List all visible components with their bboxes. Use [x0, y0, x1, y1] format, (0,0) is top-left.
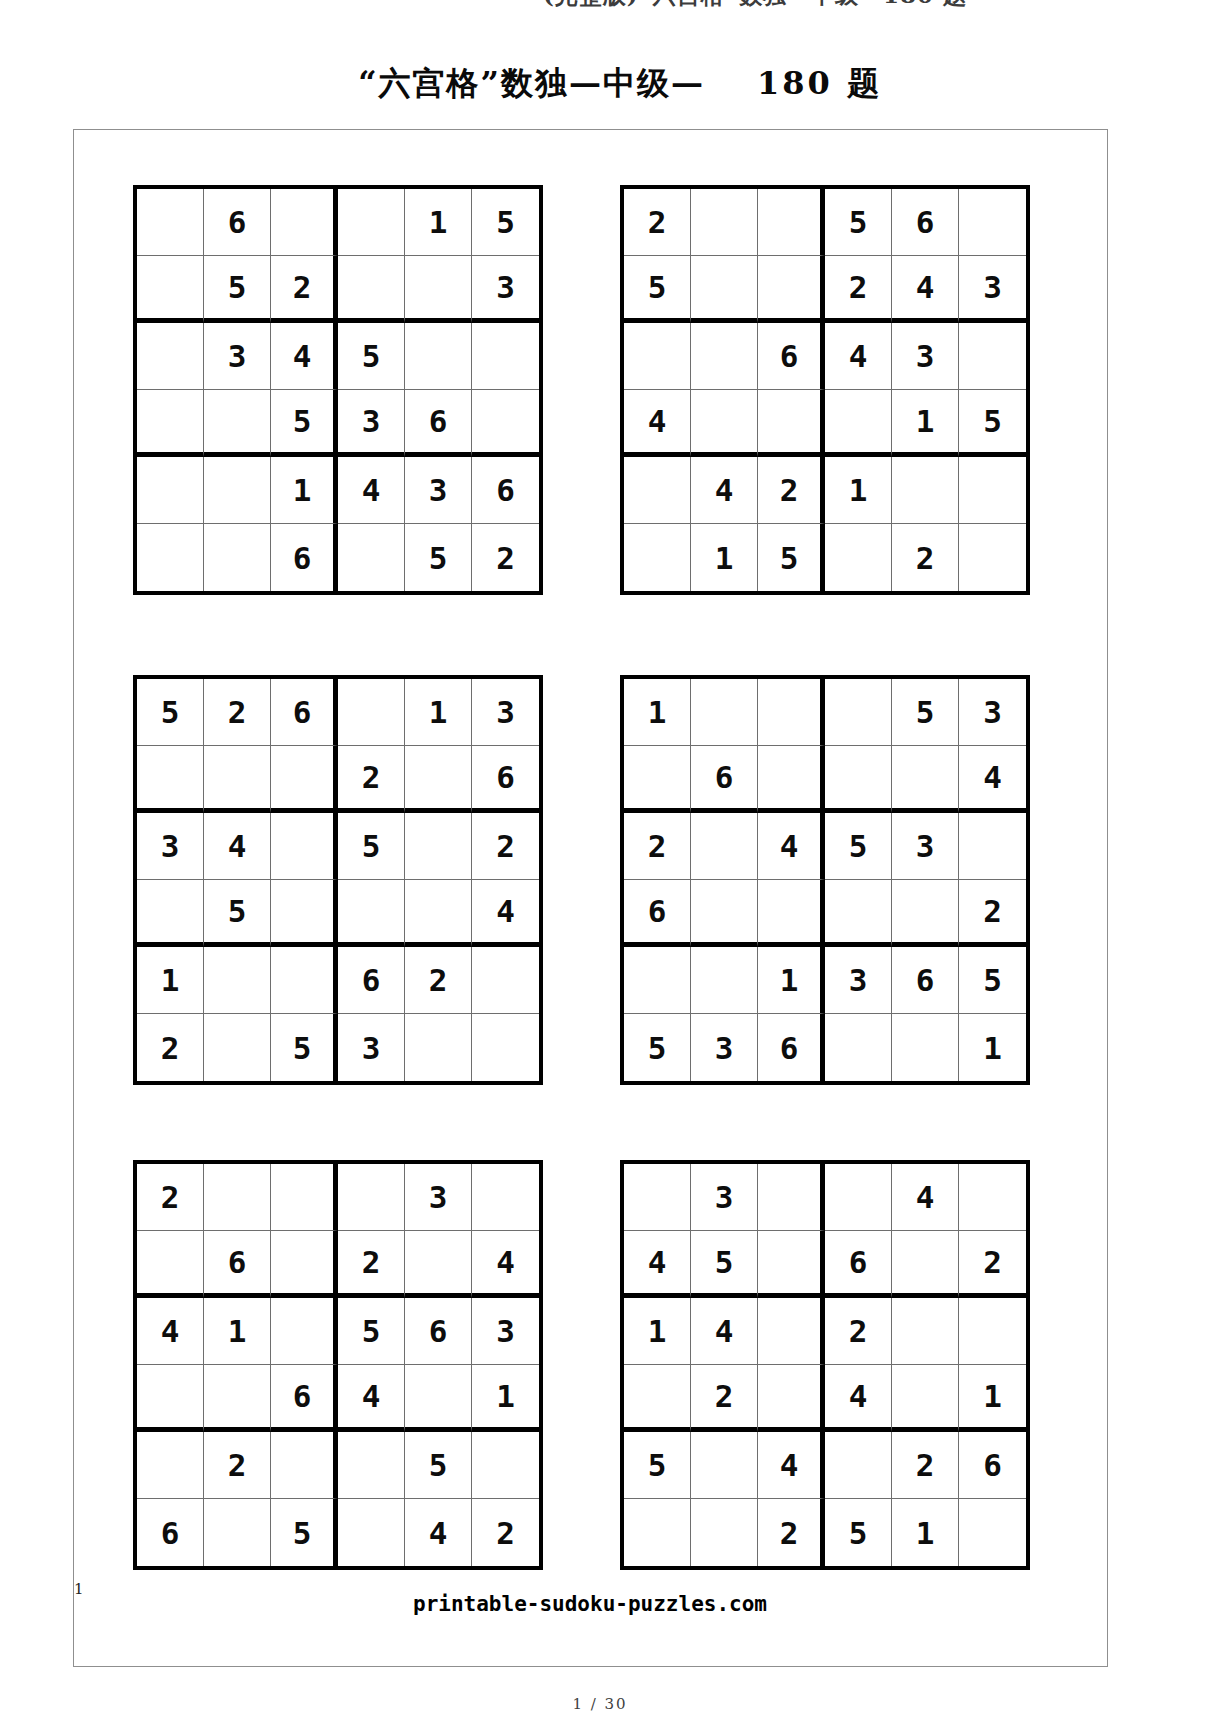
cell-r6c6: 2	[472, 524, 539, 591]
cell-r1c4	[825, 1164, 892, 1231]
cell-r1c5: 1	[405, 189, 472, 256]
cell-r1c2: 6	[204, 189, 271, 256]
cell-r1c5: 4	[892, 1164, 959, 1231]
cell-r3c6: 3	[472, 1298, 539, 1365]
cell-r4c2	[204, 1365, 271, 1432]
cell-r4c2: 2	[691, 1365, 758, 1432]
cell-r4c1	[137, 390, 204, 457]
cell-r4c1	[137, 1365, 204, 1432]
cell-r5c3: 2	[758, 457, 825, 524]
cell-r3c2: 4	[691, 1298, 758, 1365]
cell-r3c4: 5	[338, 323, 405, 390]
cell-r1c3	[271, 1164, 338, 1231]
cell-r2c5	[892, 746, 959, 813]
cell-r6c3: 6	[758, 1014, 825, 1081]
cell-r4c2: 5	[204, 880, 271, 947]
cell-r3c2: 1	[204, 1298, 271, 1365]
cell-r2c3	[271, 746, 338, 813]
cell-r3c3	[271, 813, 338, 880]
cell-r2c5	[405, 1231, 472, 1298]
cell-r2c1	[137, 746, 204, 813]
cell-r1c6	[959, 189, 1026, 256]
cell-r1c6: 3	[959, 679, 1026, 746]
cell-r5c5	[892, 457, 959, 524]
cell-r4c2	[691, 880, 758, 947]
cell-r1c5: 6	[892, 189, 959, 256]
cell-r2c4	[338, 256, 405, 323]
cell-r5c1	[137, 1432, 204, 1499]
sudoku-worksheet-page: (完整版)“六宫格”数独—中级—180 题 “六宫格”数独—中级—180 题 6…	[0, 0, 1214, 1719]
cell-r4c5	[892, 880, 959, 947]
cell-r2c6: 4	[959, 746, 1026, 813]
cell-r6c5: 5	[405, 524, 472, 591]
cell-r2c6: 6	[472, 746, 539, 813]
cell-r1c3	[271, 189, 338, 256]
cell-r5c1	[624, 947, 691, 1014]
cell-r2c1: 5	[624, 256, 691, 323]
cell-r4c3	[758, 390, 825, 457]
cell-r6c3: 5	[758, 524, 825, 591]
page-title: “六宫格”数独—中级—180 题	[358, 62, 882, 106]
cell-r2c3: 2	[271, 256, 338, 323]
cell-r4c6	[472, 390, 539, 457]
cell-r3c3	[271, 1298, 338, 1365]
cell-r5c6: 6	[472, 457, 539, 524]
cell-r2c6: 3	[472, 256, 539, 323]
cell-r4c3	[758, 1365, 825, 1432]
cell-r4c5	[405, 1365, 472, 1432]
cell-r3c2: 3	[204, 323, 271, 390]
cell-r2c4: 2	[825, 256, 892, 323]
cell-r4c3: 6	[271, 1365, 338, 1432]
cell-r3c6	[959, 1298, 1026, 1365]
cell-r1c6	[959, 1164, 1026, 1231]
cell-r3c4: 4	[825, 323, 892, 390]
cell-r1c5: 3	[405, 1164, 472, 1231]
cell-r1c2: 3	[691, 1164, 758, 1231]
cell-r3c1: 4	[137, 1298, 204, 1365]
cell-r5c4	[825, 1432, 892, 1499]
cell-r6c6	[472, 1014, 539, 1081]
cell-r1c2	[691, 189, 758, 256]
cell-r2c5: 4	[892, 256, 959, 323]
cell-r4c6: 2	[959, 880, 1026, 947]
cell-r6c1	[624, 1499, 691, 1566]
cell-r5c6	[959, 457, 1026, 524]
cell-r5c5: 2	[892, 1432, 959, 1499]
cell-r6c4	[338, 1499, 405, 1566]
cell-r4c1: 4	[624, 390, 691, 457]
cell-r2c2	[691, 256, 758, 323]
cell-r3c5	[405, 323, 472, 390]
cell-r6c3: 5	[271, 1499, 338, 1566]
cell-r1c1: 5	[137, 679, 204, 746]
cell-r2c3	[758, 746, 825, 813]
cell-r5c2	[691, 947, 758, 1014]
cell-r4c4: 4	[825, 1365, 892, 1432]
cell-r4c4	[338, 880, 405, 947]
cell-r4c4: 4	[338, 1365, 405, 1432]
cell-r1c1: 1	[624, 679, 691, 746]
cell-r5c5: 5	[405, 1432, 472, 1499]
cell-r6c4	[825, 1014, 892, 1081]
cell-r6c3: 2	[758, 1499, 825, 1566]
cell-r6c5: 4	[405, 1499, 472, 1566]
cell-r4c6: 1	[472, 1365, 539, 1432]
cell-r6c1: 6	[137, 1499, 204, 1566]
cell-r2c6: 2	[959, 1231, 1026, 1298]
cell-r3c6: 2	[472, 813, 539, 880]
cell-r5c5: 2	[405, 947, 472, 1014]
cell-r3c5	[405, 813, 472, 880]
cell-r2c5	[892, 1231, 959, 1298]
cell-r5c5: 6	[892, 947, 959, 1014]
cell-r6c6	[959, 524, 1026, 591]
cell-r4c2	[691, 390, 758, 457]
cell-r6c2	[204, 1014, 271, 1081]
cell-r4c5	[892, 1365, 959, 1432]
cell-r6c1: 5	[624, 1014, 691, 1081]
cell-r3c5: 3	[892, 323, 959, 390]
cell-r1c1: 2	[137, 1164, 204, 1231]
cell-r2c2: 5	[691, 1231, 758, 1298]
cell-r1c6: 3	[472, 679, 539, 746]
cell-r4c1	[137, 880, 204, 947]
cell-r2c2: 6	[691, 746, 758, 813]
cell-r2c4: 2	[338, 746, 405, 813]
cell-r5c1	[624, 457, 691, 524]
cell-r5c4: 3	[825, 947, 892, 1014]
cell-r6c4: 5	[825, 1499, 892, 1566]
cell-r2c1	[137, 1231, 204, 1298]
cell-r2c4	[825, 746, 892, 813]
cell-r5c4: 4	[338, 457, 405, 524]
cell-r5c2	[691, 1432, 758, 1499]
cell-r2c3	[758, 1231, 825, 1298]
cutoff-top-header: (完整版)“六宫格”数独—中级—180 题	[543, 0, 967, 11]
cell-r3c6	[472, 323, 539, 390]
sudoku-board-3: 5261326345254162253	[133, 675, 543, 1085]
cell-r6c3: 5	[271, 1014, 338, 1081]
cell-r1c2: 2	[204, 679, 271, 746]
cell-r4c6: 4	[472, 880, 539, 947]
cell-r5c6: 6	[959, 1432, 1026, 1499]
cell-r3c4: 5	[338, 1298, 405, 1365]
sudoku-board-4: 1536424536213655361	[620, 675, 1030, 1085]
cell-r6c5	[405, 1014, 472, 1081]
cell-r4c3: 5	[271, 390, 338, 457]
cell-r2c2: 6	[204, 1231, 271, 1298]
cell-r4c1: 6	[624, 880, 691, 947]
sudoku-board-2: 2565243643415421152	[620, 185, 1030, 595]
cell-r6c6	[959, 1499, 1026, 1566]
cell-r3c6	[959, 813, 1026, 880]
cell-r1c1: 2	[624, 189, 691, 256]
cell-r3c5: 6	[405, 1298, 472, 1365]
page-title-text: “六宫格”数独—中级—	[358, 64, 705, 102]
cell-r5c2	[204, 947, 271, 1014]
cell-r2c1	[137, 256, 204, 323]
cell-r1c6: 5	[472, 189, 539, 256]
cell-r3c3: 6	[758, 323, 825, 390]
cell-r4c5: 6	[405, 390, 472, 457]
cell-r3c2	[691, 813, 758, 880]
cell-r3c5: 3	[892, 813, 959, 880]
cell-r2c4: 6	[825, 1231, 892, 1298]
cell-r1c4	[825, 679, 892, 746]
cell-r3c4: 5	[338, 813, 405, 880]
cell-r5c4: 6	[338, 947, 405, 1014]
cell-r4c5: 1	[892, 390, 959, 457]
cell-r5c3: 4	[758, 1432, 825, 1499]
cell-r2c3	[271, 1231, 338, 1298]
cell-r5c2: 4	[691, 457, 758, 524]
cell-r5c2: 2	[204, 1432, 271, 1499]
cell-r6c6: 1	[959, 1014, 1026, 1081]
cell-r4c2	[204, 390, 271, 457]
cell-r2c2	[204, 746, 271, 813]
cell-r3c5	[892, 1298, 959, 1365]
cell-r3c6	[959, 323, 1026, 390]
cell-r4c4: 3	[338, 390, 405, 457]
cell-r4c6: 5	[959, 390, 1026, 457]
cell-r5c3: 1	[758, 947, 825, 1014]
cell-r2c4: 2	[338, 1231, 405, 1298]
cell-r1c4	[338, 679, 405, 746]
page-number: 1 / 30	[572, 1695, 627, 1713]
cell-r6c2: 3	[691, 1014, 758, 1081]
cell-r3c1: 3	[137, 813, 204, 880]
cell-r6c5: 1	[892, 1499, 959, 1566]
cell-r5c5: 3	[405, 457, 472, 524]
cell-r1c4	[338, 189, 405, 256]
cell-r5c1: 1	[137, 947, 204, 1014]
cell-r4c4	[825, 390, 892, 457]
cell-r5c1	[137, 457, 204, 524]
cell-r5c6	[472, 947, 539, 1014]
cell-r6c5: 2	[892, 524, 959, 591]
cell-r2c3	[758, 256, 825, 323]
cell-r2c5	[405, 746, 472, 813]
cell-r2c2: 5	[204, 256, 271, 323]
cell-r3c1	[137, 323, 204, 390]
cell-r5c4	[338, 1432, 405, 1499]
cell-r1c4	[338, 1164, 405, 1231]
cutoff-top-header-text: (完整版)“六宫格”数独—中级—180 题	[543, 0, 967, 11]
cell-r1c4: 5	[825, 189, 892, 256]
cell-r1c3	[758, 679, 825, 746]
cell-r1c6	[472, 1164, 539, 1231]
footer-url: printable-sudoku-puzzles.com	[413, 1592, 767, 1616]
cell-r6c2	[204, 524, 271, 591]
cell-r1c3: 6	[271, 679, 338, 746]
cell-r2c6: 4	[472, 1231, 539, 1298]
cell-r5c3	[271, 947, 338, 1014]
cell-r6c3: 6	[271, 524, 338, 591]
cell-r3c1: 1	[624, 1298, 691, 1365]
cell-r1c5: 1	[405, 679, 472, 746]
cell-r2c1	[624, 746, 691, 813]
cell-r3c3	[758, 1298, 825, 1365]
cell-r1c5: 5	[892, 679, 959, 746]
cell-r5c6: 5	[959, 947, 1026, 1014]
cell-r2c6: 3	[959, 256, 1026, 323]
cell-r4c5	[405, 880, 472, 947]
cell-r6c1	[624, 524, 691, 591]
cell-r3c2: 4	[204, 813, 271, 880]
cell-r6c4: 3	[338, 1014, 405, 1081]
cell-r1c1	[137, 189, 204, 256]
cell-r6c1	[137, 524, 204, 591]
cell-r6c2	[204, 1499, 271, 1566]
sudoku-board-5: 2362441563641256542	[133, 1160, 543, 1570]
cell-r5c2	[204, 457, 271, 524]
cell-r3c4: 5	[825, 813, 892, 880]
sudoku-board-1: 6155233455361436652	[133, 185, 543, 595]
cell-r1c3	[758, 189, 825, 256]
cell-r6c4	[338, 524, 405, 591]
cell-r3c1: 2	[624, 813, 691, 880]
cell-r5c6	[472, 1432, 539, 1499]
cell-r3c4: 2	[825, 1298, 892, 1365]
cell-r1c1	[624, 1164, 691, 1231]
cell-r5c3: 1	[271, 457, 338, 524]
cell-r4c1	[624, 1365, 691, 1432]
cell-r3c3: 4	[758, 813, 825, 880]
cell-r2c5	[405, 256, 472, 323]
cell-r6c6: 2	[472, 1499, 539, 1566]
cell-r6c2	[691, 1499, 758, 1566]
cell-r6c5	[892, 1014, 959, 1081]
cell-r4c4	[825, 880, 892, 947]
cell-r6c4	[825, 524, 892, 591]
cell-r3c3: 4	[271, 323, 338, 390]
margin-mark: 1	[74, 1580, 84, 1598]
cell-r4c3	[271, 880, 338, 947]
cell-r1c2	[204, 1164, 271, 1231]
cell-r4c6: 1	[959, 1365, 1026, 1432]
cell-r2c1: 4	[624, 1231, 691, 1298]
cell-r6c1: 2	[137, 1014, 204, 1081]
cell-r4c3	[758, 880, 825, 947]
cell-r5c1: 5	[624, 1432, 691, 1499]
cell-r3c1	[624, 323, 691, 390]
cell-r1c3	[758, 1164, 825, 1231]
cell-r6c2: 1	[691, 524, 758, 591]
page-title-count: 180 题	[757, 64, 882, 102]
cell-r5c3	[271, 1432, 338, 1499]
cell-r1c2	[691, 679, 758, 746]
sudoku-board-6: 3445621422415426251	[620, 1160, 1030, 1570]
cell-r3c2	[691, 323, 758, 390]
cell-r5c4: 1	[825, 457, 892, 524]
